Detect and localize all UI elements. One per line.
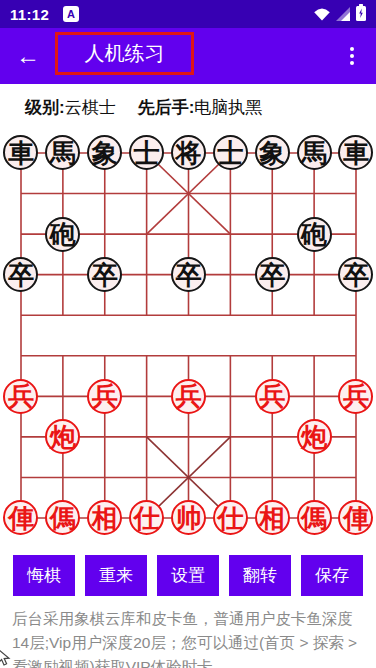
piece-red[interactable]: 兵 [171, 379, 206, 414]
board-point[interactable] [126, 376, 168, 417]
board-point[interactable]: 相 [251, 498, 293, 539]
board-point[interactable] [42, 457, 84, 498]
board-point[interactable]: 士 [209, 133, 251, 174]
board-point[interactable]: 傌 [293, 498, 335, 539]
menu-dot [350, 54, 354, 58]
piece-black[interactable]: 象 [87, 135, 122, 170]
piece-red[interactable]: 兵 [255, 379, 290, 414]
board-point[interactable]: 卒 [84, 254, 126, 295]
board-point[interactable]: 将 [168, 133, 210, 174]
piece-red[interactable]: 相 [87, 500, 122, 535]
board-point[interactable] [209, 457, 251, 498]
board-point[interactable]: 兵 [0, 376, 42, 417]
board-point[interactable]: 象 [84, 133, 126, 174]
piece-red[interactable]: 仕 [213, 500, 248, 535]
board-point[interactable] [84, 214, 126, 255]
save-button[interactable]: 保存 [301, 555, 363, 596]
piece-black[interactable]: 象 [255, 135, 290, 170]
engine-info-text: 后台采用象棋云库和皮卡鱼，普通用户皮卡鱼深度14层;Vip用户深度20层；您可以… [0, 607, 376, 668]
mouse-cursor-icon [0, 648, 11, 668]
app-bar: ← 人机练习 [0, 28, 376, 84]
board-point[interactable] [209, 376, 251, 417]
board-point[interactable]: 砲 [42, 214, 84, 255]
piece-black[interactable]: 車 [3, 135, 38, 170]
level-label: 级别: [25, 96, 65, 119]
board-point[interactable] [335, 214, 376, 255]
battery-charging-icon [356, 4, 366, 25]
board-point[interactable] [0, 457, 42, 498]
piece-black[interactable]: 卒 [338, 257, 373, 292]
board-point[interactable] [126, 254, 168, 295]
board-point[interactable] [251, 295, 293, 336]
board-point[interactable] [168, 295, 210, 336]
piece-black[interactable]: 卒 [3, 257, 38, 292]
board-point[interactable]: 卒 [335, 254, 376, 295]
board-point[interactable] [209, 214, 251, 255]
restart-button[interactable]: 重来 [85, 555, 147, 596]
board-point[interactable]: 帅 [168, 498, 210, 539]
board-point[interactable] [251, 173, 293, 214]
page-title: 人机练习 [85, 40, 165, 67]
board-point[interactable]: 車 [0, 133, 42, 174]
board-point[interactable] [293, 457, 335, 498]
board-point[interactable] [335, 173, 376, 214]
board-point[interactable] [0, 295, 42, 336]
board-point[interactable] [209, 335, 251, 376]
board-point[interactable] [209, 254, 251, 295]
board-point[interactable]: 相 [84, 498, 126, 539]
board-point[interactable] [168, 335, 210, 376]
board-point[interactable]: 炮 [42, 417, 84, 458]
board-point[interactable] [42, 295, 84, 336]
piece-red[interactable]: 兵 [338, 379, 373, 414]
piece-red[interactable]: 相 [255, 500, 290, 535]
board-point[interactable] [84, 417, 126, 458]
piece-red[interactable]: 兵 [3, 379, 38, 414]
piece-red[interactable]: 兵 [87, 379, 122, 414]
board-point[interactable] [293, 335, 335, 376]
board-point[interactable] [84, 295, 126, 336]
board-point[interactable] [335, 295, 376, 336]
board-point[interactable] [251, 335, 293, 376]
board-point[interactable]: 士 [126, 133, 168, 174]
board-point[interactable] [84, 335, 126, 376]
piece-black[interactable]: 士 [213, 135, 248, 170]
flip-board-button[interactable]: 翻转 [229, 555, 291, 596]
menu-dot [350, 61, 354, 65]
board-point[interactable] [126, 417, 168, 458]
board-point[interactable] [335, 335, 376, 376]
board-point[interactable] [209, 173, 251, 214]
board-point[interactable] [251, 214, 293, 255]
piece-black[interactable]: 馬 [45, 135, 80, 170]
turn-value: 电脑执黑 [194, 96, 262, 119]
board-point[interactable]: 仕 [126, 498, 168, 539]
board-point[interactable] [126, 173, 168, 214]
board-point[interactable]: 炮 [293, 417, 335, 458]
piece-black[interactable]: 卒 [255, 257, 290, 292]
board-point[interactable]: 兵 [335, 376, 376, 417]
piece-red[interactable]: 俥 [3, 500, 38, 535]
settings-button[interactable]: 设置 [157, 555, 219, 596]
app-screen: 11:12 A ← 人机练习 [0, 0, 376, 668]
board-point[interactable] [126, 457, 168, 498]
wifi-icon [313, 7, 331, 25]
board-point[interactable] [126, 214, 168, 255]
piece-black[interactable]: 砲 [45, 217, 80, 252]
board-point[interactable] [0, 335, 42, 376]
board-point[interactable] [168, 457, 210, 498]
board-point[interactable]: 俥 [335, 498, 376, 539]
piece-black[interactable]: 馬 [297, 135, 332, 170]
title-highlight-box: 人机练习 [55, 32, 194, 75]
piece-red[interactable]: 仕 [129, 500, 164, 535]
board-point[interactable] [0, 214, 42, 255]
piece-black[interactable]: 砲 [297, 217, 332, 252]
board-point[interactable] [126, 335, 168, 376]
board-point[interactable] [293, 173, 335, 214]
control-bar: 悔棋 重来 设置 翻转 保存 [0, 555, 376, 596]
board-point[interactable]: 砲 [293, 214, 335, 255]
board-point[interactable]: 兵 [168, 376, 210, 417]
pieces-layer: 車馬象士将士象馬車砲砲卒卒卒卒卒兵兵兵兵兵炮炮俥傌相仕帅仕相傌俥 [0, 133, 376, 538]
board-point[interactable]: 兵 [251, 376, 293, 417]
board-point[interactable] [42, 254, 84, 295]
piece-red[interactable]: 炮 [297, 419, 332, 454]
board-point[interactable] [126, 295, 168, 336]
board-point[interactable] [168, 173, 210, 214]
board-point[interactable] [42, 335, 84, 376]
piece-black[interactable]: 卒 [171, 257, 206, 292]
board-point[interactable] [42, 376, 84, 417]
piece-red[interactable]: 炮 [45, 419, 80, 454]
board-point[interactable]: 兵 [84, 376, 126, 417]
board-point[interactable] [293, 295, 335, 336]
board-point[interactable]: 俥 [0, 498, 42, 539]
board-point[interactable] [209, 295, 251, 336]
level-value: 云棋士 [65, 96, 116, 119]
board-point[interactable] [168, 417, 210, 458]
board-point[interactable] [84, 173, 126, 214]
board-point[interactable] [42, 173, 84, 214]
status-bar: 11:12 A [0, 0, 376, 28]
board-point[interactable] [335, 457, 376, 498]
board-point[interactable]: 馬 [293, 133, 335, 174]
board-point[interactable] [251, 417, 293, 458]
back-button[interactable]: ← [4, 32, 52, 80]
menu-dot [350, 47, 354, 51]
board-point[interactable]: 卒 [168, 254, 210, 295]
piece-red[interactable]: 傌 [45, 500, 80, 535]
board-point[interactable]: 象 [251, 133, 293, 174]
piece-black[interactable]: 士 [129, 135, 164, 170]
board-point[interactable] [293, 254, 335, 295]
xiangqi-board[interactable]: 車馬象士将士象馬車砲砲卒卒卒卒卒兵兵兵兵兵炮炮俥傌相仕帅仕相傌俥 [0, 135, 376, 539]
board-point[interactable] [0, 173, 42, 214]
board-point[interactable] [293, 376, 335, 417]
piece-red[interactable]: 傌 [297, 500, 332, 535]
board-point[interactable]: 卒 [0, 254, 42, 295]
turn-label: 先后手: [138, 96, 195, 119]
board-point[interactable]: 傌 [42, 498, 84, 539]
piece-black[interactable]: 卒 [87, 257, 122, 292]
overflow-menu-button[interactable] [338, 42, 366, 70]
board-point[interactable] [168, 214, 210, 255]
board-point[interactable]: 卒 [251, 254, 293, 295]
clock: 11:12 [10, 6, 49, 23]
board-point[interactable]: 馬 [42, 133, 84, 174]
notification-a-icon: A [63, 6, 79, 22]
piece-red[interactable]: 帅 [171, 500, 206, 535]
board-point[interactable] [251, 457, 293, 498]
signal-icon [336, 7, 351, 25]
piece-black[interactable]: 車 [338, 135, 373, 170]
board-point[interactable] [84, 457, 126, 498]
piece-black[interactable]: 将 [171, 135, 206, 170]
board-point[interactable]: 仕 [209, 498, 251, 539]
board-point[interactable]: 車 [335, 133, 376, 174]
piece-red[interactable]: 俥 [338, 500, 373, 535]
board-point[interactable] [209, 417, 251, 458]
board-point[interactable] [0, 417, 42, 458]
game-info-line: 级别:云棋士先后手:电脑执黑 [0, 84, 376, 119]
board-point[interactable] [335, 417, 376, 458]
undo-move-button[interactable]: 悔棋 [13, 555, 75, 596]
